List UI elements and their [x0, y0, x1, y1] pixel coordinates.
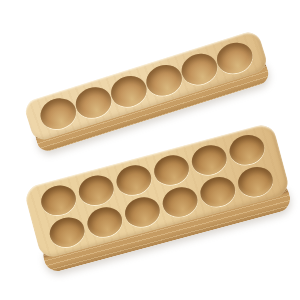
pit-r1c2: [76, 172, 117, 209]
pit-r2c2: [84, 204, 125, 241]
pit-r1c4: [142, 61, 185, 100]
six-cup-tray: [22, 29, 269, 143]
pit-r1c2: [71, 83, 114, 122]
pit-r1c5: [189, 141, 230, 178]
pit-r1c1: [36, 94, 79, 133]
pit-r1c6: [213, 38, 256, 77]
pit-r2c1: [46, 214, 87, 251]
pit-r2c3: [122, 193, 163, 230]
pit-r1c1: [38, 182, 79, 219]
product-photo-scene: [0, 0, 300, 300]
pit-r1c3: [113, 162, 154, 199]
pit-r2c5: [197, 173, 238, 210]
pit-r2c6: [235, 163, 276, 200]
pit-r1c3: [107, 72, 150, 111]
pit-r1c6: [226, 131, 267, 168]
pit-r1c5: [177, 50, 220, 89]
pit-r2c4: [159, 183, 200, 220]
pit-r1c4: [151, 151, 192, 188]
